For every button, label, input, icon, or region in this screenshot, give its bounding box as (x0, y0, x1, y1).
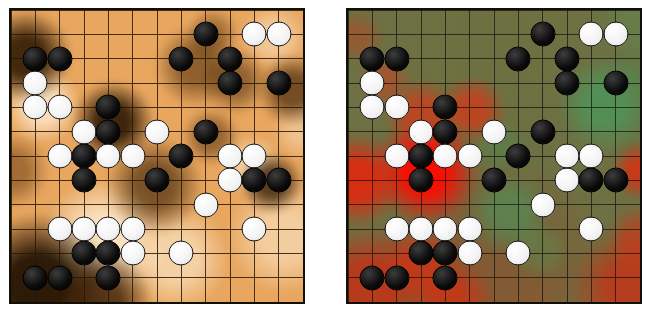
black-stone (96, 241, 121, 266)
black-stone (72, 241, 97, 266)
white-stone (360, 95, 385, 120)
stones-layer-left (11, 10, 303, 302)
black-stone (433, 119, 458, 144)
white-stone (433, 144, 458, 169)
black-stone (72, 168, 97, 193)
black-stone (169, 144, 194, 169)
black-stone (409, 241, 434, 266)
black-stone (218, 71, 243, 96)
black-stone (555, 46, 580, 71)
white-stone (579, 144, 604, 169)
white-stone (603, 22, 628, 47)
white-stone (457, 144, 482, 169)
white-stone (555, 144, 580, 169)
white-stone (23, 71, 48, 96)
white-stone (218, 144, 243, 169)
black-stone (506, 46, 531, 71)
black-stone (384, 46, 409, 71)
black-stone (23, 46, 48, 71)
black-stone (360, 46, 385, 71)
white-stone (47, 95, 72, 120)
white-stone (242, 22, 267, 47)
white-stone (169, 241, 194, 266)
white-stone (47, 144, 72, 169)
white-stone (72, 217, 97, 242)
black-stone (384, 265, 409, 290)
stones-layer-right (348, 10, 640, 302)
white-stone (23, 95, 48, 120)
board-left (9, 8, 305, 304)
black-stone (409, 144, 434, 169)
white-stone (96, 144, 121, 169)
black-stone (360, 265, 385, 290)
white-stone (120, 144, 145, 169)
white-stone (482, 119, 507, 144)
white-stone (384, 217, 409, 242)
white-stone (433, 217, 458, 242)
white-stone (555, 168, 580, 193)
black-stone (530, 22, 555, 47)
black-stone (72, 144, 97, 169)
white-stone (242, 217, 267, 242)
black-stone (47, 46, 72, 71)
black-stone (433, 241, 458, 266)
black-stone (433, 95, 458, 120)
white-stone (120, 217, 145, 242)
white-stone (409, 119, 434, 144)
white-stone (193, 192, 218, 217)
board-right (346, 8, 642, 304)
black-stone (530, 119, 555, 144)
white-stone (579, 22, 604, 47)
white-stone (530, 192, 555, 217)
white-stone (457, 241, 482, 266)
black-stone (579, 168, 604, 193)
white-stone (457, 217, 482, 242)
white-stone (242, 144, 267, 169)
black-stone (433, 265, 458, 290)
black-stone (482, 168, 507, 193)
white-stone (579, 217, 604, 242)
white-stone (384, 144, 409, 169)
black-stone (96, 119, 121, 144)
black-stone (47, 265, 72, 290)
black-stone (193, 22, 218, 47)
white-stone (96, 217, 121, 242)
black-stone (603, 71, 628, 96)
black-stone (555, 71, 580, 96)
white-stone (506, 241, 531, 266)
black-stone (603, 168, 628, 193)
screenshot-canvas (0, 0, 650, 310)
white-stone (72, 119, 97, 144)
white-stone (47, 217, 72, 242)
black-stone (193, 119, 218, 144)
white-stone (409, 217, 434, 242)
black-stone (169, 46, 194, 71)
black-stone (242, 168, 267, 193)
black-stone (96, 95, 121, 120)
black-stone (266, 168, 291, 193)
black-stone (506, 144, 531, 169)
black-stone (96, 265, 121, 290)
white-stone (266, 22, 291, 47)
white-stone (218, 168, 243, 193)
black-stone (145, 168, 170, 193)
white-stone (384, 95, 409, 120)
white-stone (120, 241, 145, 266)
white-stone (145, 119, 170, 144)
black-stone (23, 265, 48, 290)
white-stone (360, 71, 385, 96)
black-stone (266, 71, 291, 96)
black-stone (409, 168, 434, 193)
black-stone (218, 46, 243, 71)
